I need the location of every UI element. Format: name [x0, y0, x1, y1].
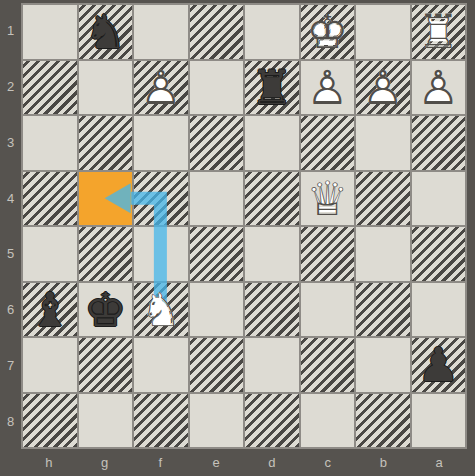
square-e7[interactable]	[189, 337, 245, 393]
square-h4[interactable]	[22, 171, 78, 227]
file-label-b: b	[356, 449, 412, 475]
white-knight[interactable]: ♞♘	[140, 286, 182, 333]
white-pawn[interactable]: ♟♙	[417, 64, 459, 111]
white-queen[interactable]: ♛♕	[306, 175, 348, 222]
square-c8[interactable]	[300, 393, 356, 449]
square-h1[interactable]	[22, 4, 78, 60]
square-a3[interactable]	[411, 115, 467, 171]
square-b5[interactable]	[355, 226, 411, 282]
black-rook[interactable]: ♜	[251, 64, 293, 111]
square-h6[interactable]: ♝	[22, 282, 78, 338]
square-a4[interactable]	[411, 171, 467, 227]
square-a8[interactable]	[411, 393, 467, 449]
square-g5[interactable]	[78, 226, 134, 282]
file-label-c: c	[300, 449, 356, 475]
square-c1[interactable]: ♚♔	[300, 4, 356, 60]
square-f5[interactable]	[133, 226, 189, 282]
rank-label-1: 1	[0, 3, 21, 59]
square-g6[interactable]: ♚	[78, 282, 134, 338]
square-c5[interactable]	[300, 226, 356, 282]
square-g1[interactable]: ♞	[78, 4, 134, 60]
white-pawn[interactable]: ♟♙	[140, 64, 182, 111]
square-h3[interactable]	[22, 115, 78, 171]
square-b4[interactable]	[355, 171, 411, 227]
square-e6[interactable]	[189, 282, 245, 338]
square-b2[interactable]: ♟♙	[355, 60, 411, 116]
square-c2[interactable]: ♟♙	[300, 60, 356, 116]
square-a7[interactable]: ♟	[411, 337, 467, 393]
rank-label-7: 7	[0, 338, 21, 394]
square-b3[interactable]	[355, 115, 411, 171]
white-pawn[interactable]: ♟♙	[362, 64, 404, 111]
file-label-e: e	[188, 449, 244, 475]
black-pawn[interactable]: ♟	[417, 341, 459, 388]
white-king[interactable]: ♚♔	[306, 8, 348, 55]
square-e5[interactable]	[189, 226, 245, 282]
square-d5[interactable]	[244, 226, 300, 282]
square-b8[interactable]	[355, 393, 411, 449]
file-label-g: g	[77, 449, 133, 475]
square-b6[interactable]	[355, 282, 411, 338]
square-c7[interactable]	[300, 337, 356, 393]
square-h8[interactable]	[22, 393, 78, 449]
rank-label-4: 4	[0, 170, 21, 226]
square-a2[interactable]: ♟♙	[411, 60, 467, 116]
square-d7[interactable]	[244, 337, 300, 393]
square-d6[interactable]	[244, 282, 300, 338]
square-d3[interactable]	[244, 115, 300, 171]
square-g8[interactable]	[78, 393, 134, 449]
file-label-d: d	[244, 449, 300, 475]
white-rook[interactable]: ♜♖	[417, 8, 459, 55]
square-f8[interactable]	[133, 393, 189, 449]
square-f7[interactable]	[133, 337, 189, 393]
square-g2[interactable]	[78, 60, 134, 116]
square-f4[interactable]	[133, 171, 189, 227]
square-c4[interactable]: ♛♕	[300, 171, 356, 227]
square-a6[interactable]	[411, 282, 467, 338]
square-e4[interactable]	[189, 171, 245, 227]
square-h7[interactable]	[22, 337, 78, 393]
rank-label-2: 2	[0, 59, 21, 115]
square-g7[interactable]	[78, 337, 134, 393]
square-f6[interactable]: ♞♘	[133, 282, 189, 338]
square-e2[interactable]	[189, 60, 245, 116]
square-h2[interactable]	[22, 60, 78, 116]
square-e8[interactable]	[189, 393, 245, 449]
square-d2[interactable]: ♜	[244, 60, 300, 116]
chess-board-panel: 12345678 ♞♚♔♜♖♟♙♜♟♙♟♙♟♙♛♕♝♚♞♘♟ hgfedcba	[0, 0, 475, 476]
square-f2[interactable]: ♟♙	[133, 60, 189, 116]
chess-board: ♞♚♔♜♖♟♙♜♟♙♟♙♟♙♛♕♝♚♞♘♟	[21, 3, 467, 449]
white-pawn[interactable]: ♟♙	[306, 64, 348, 111]
square-d1[interactable]	[244, 4, 300, 60]
square-b1[interactable]	[355, 4, 411, 60]
square-b7[interactable]	[355, 337, 411, 393]
file-label-a: a	[411, 449, 467, 475]
square-f1[interactable]	[133, 4, 189, 60]
square-h5[interactable]	[22, 226, 78, 282]
black-knight[interactable]: ♞	[84, 8, 126, 55]
black-king[interactable]: ♚	[84, 286, 126, 333]
file-label-h: h	[21, 449, 77, 475]
square-g4[interactable]	[78, 171, 134, 227]
square-e1[interactable]	[189, 4, 245, 60]
square-f3[interactable]	[133, 115, 189, 171]
square-d4[interactable]	[244, 171, 300, 227]
rank-label-5: 5	[0, 226, 21, 282]
square-g3[interactable]	[78, 115, 134, 171]
square-a5[interactable]	[411, 226, 467, 282]
rank-label-8: 8	[0, 393, 21, 449]
square-e3[interactable]	[189, 115, 245, 171]
rank-label-3: 3	[0, 115, 21, 171]
square-c3[interactable]	[300, 115, 356, 171]
rank-label-6: 6	[0, 282, 21, 338]
square-c6[interactable]	[300, 282, 356, 338]
file-label-f: f	[133, 449, 189, 475]
file-labels: hgfedcba	[21, 449, 467, 475]
rank-labels: 12345678	[0, 3, 21, 449]
square-a1[interactable]: ♜♖	[411, 4, 467, 60]
black-bishop[interactable]: ♝	[29, 286, 71, 333]
square-d8[interactable]	[244, 393, 300, 449]
